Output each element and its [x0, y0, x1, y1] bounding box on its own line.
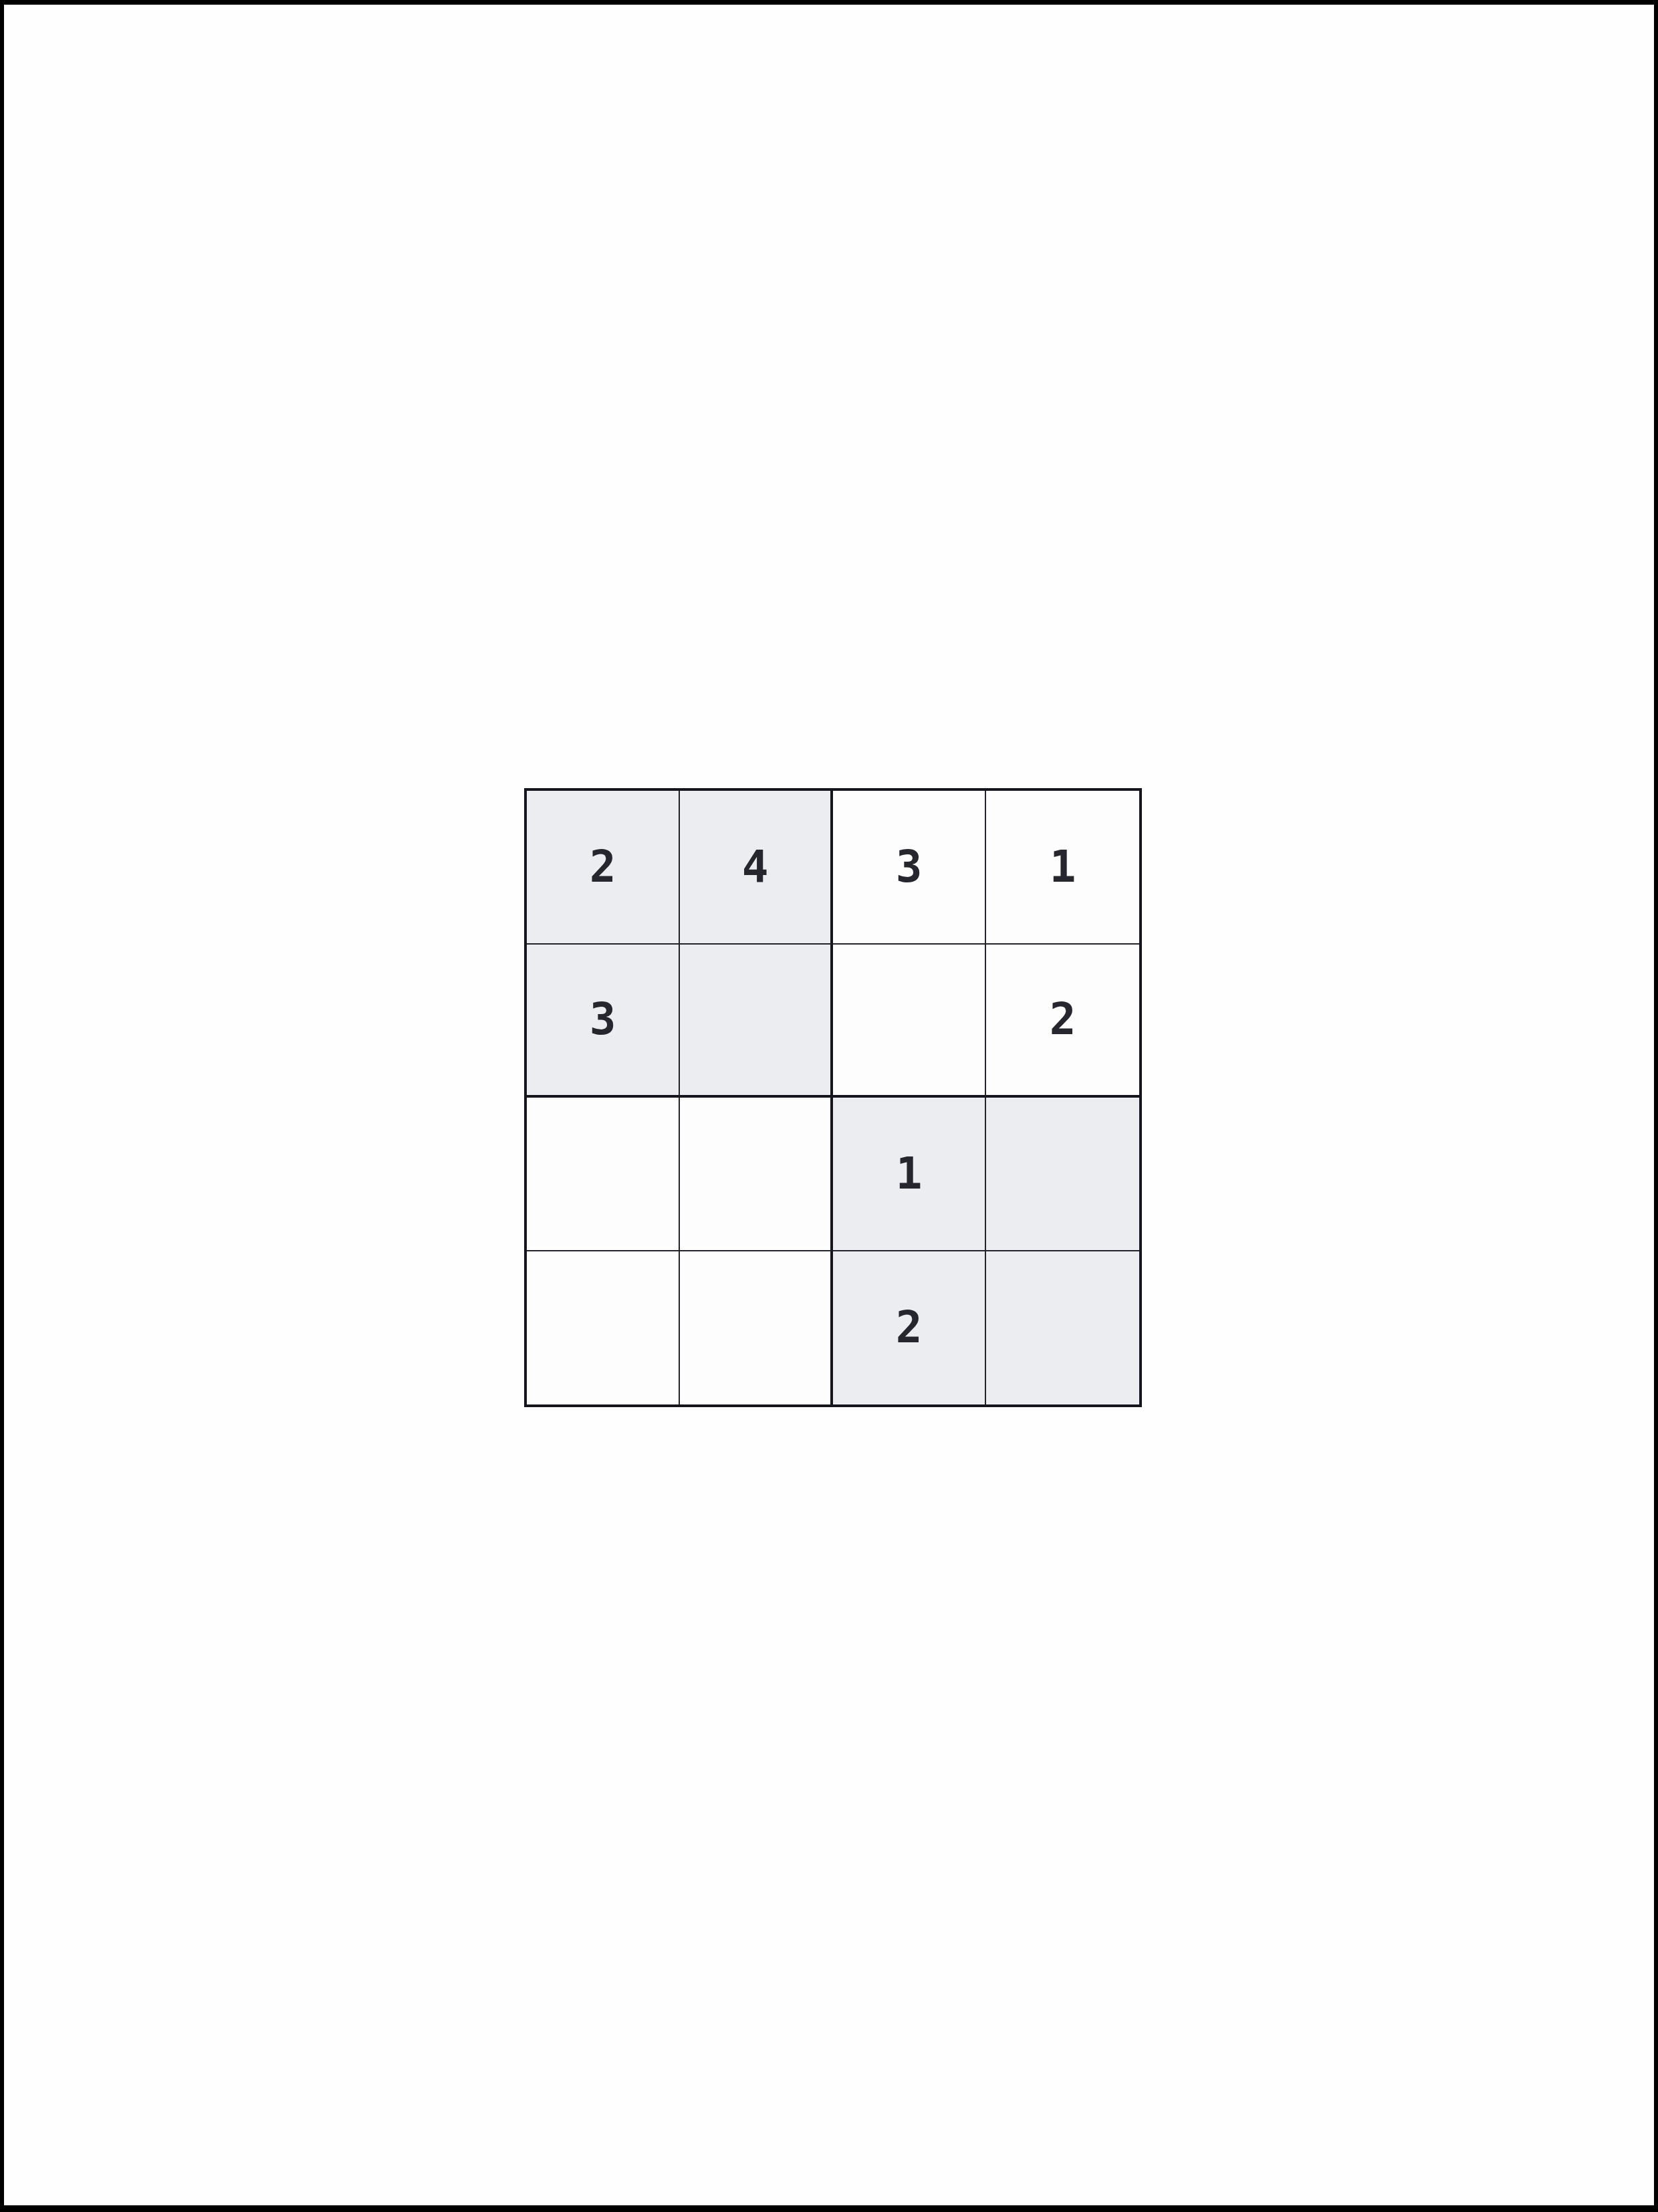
sudoku-cell-r4c1 [527, 1251, 680, 1405]
sudoku-cell-r3c3: 1 [833, 1098, 986, 1251]
sudoku-cell-r2c2 [680, 945, 833, 1098]
cell-digit: 2 [1050, 997, 1076, 1041]
sudoku-cell-r1c2: 4 [680, 791, 833, 945]
cell-digit: 4 [742, 845, 769, 889]
sudoku-cell-r2c4: 2 [986, 945, 1139, 1098]
sudoku-cell-r1c4: 1 [986, 791, 1139, 945]
sudoku-cell-r4c4 [986, 1251, 1139, 1405]
sudoku-cell-r3c1 [527, 1098, 680, 1251]
cell-digit: 3 [590, 997, 616, 1041]
sudoku-board: 24313212 [524, 788, 1142, 1407]
sudoku-cell-r4c2 [680, 1251, 833, 1405]
sudoku-cell-r1c3: 3 [833, 791, 986, 945]
cell-digit: 1 [896, 1152, 923, 1196]
sudoku-cell-r4c3: 2 [833, 1251, 986, 1405]
cell-digit: 2 [590, 845, 616, 889]
scanned-puzzle-page: 24313212 [0, 0, 1658, 2212]
sudoku-cell-r3c2 [680, 1098, 833, 1251]
sudoku-cell-r3c4 [986, 1098, 1139, 1251]
sudoku-cell-r2c3 [833, 945, 986, 1098]
cell-digit: 2 [896, 1306, 923, 1350]
sudoku-cell-r1c1: 2 [527, 791, 680, 945]
cell-digit: 1 [1050, 845, 1076, 889]
cell-digit: 3 [896, 845, 923, 889]
sudoku-cell-r2c1: 3 [527, 945, 680, 1098]
